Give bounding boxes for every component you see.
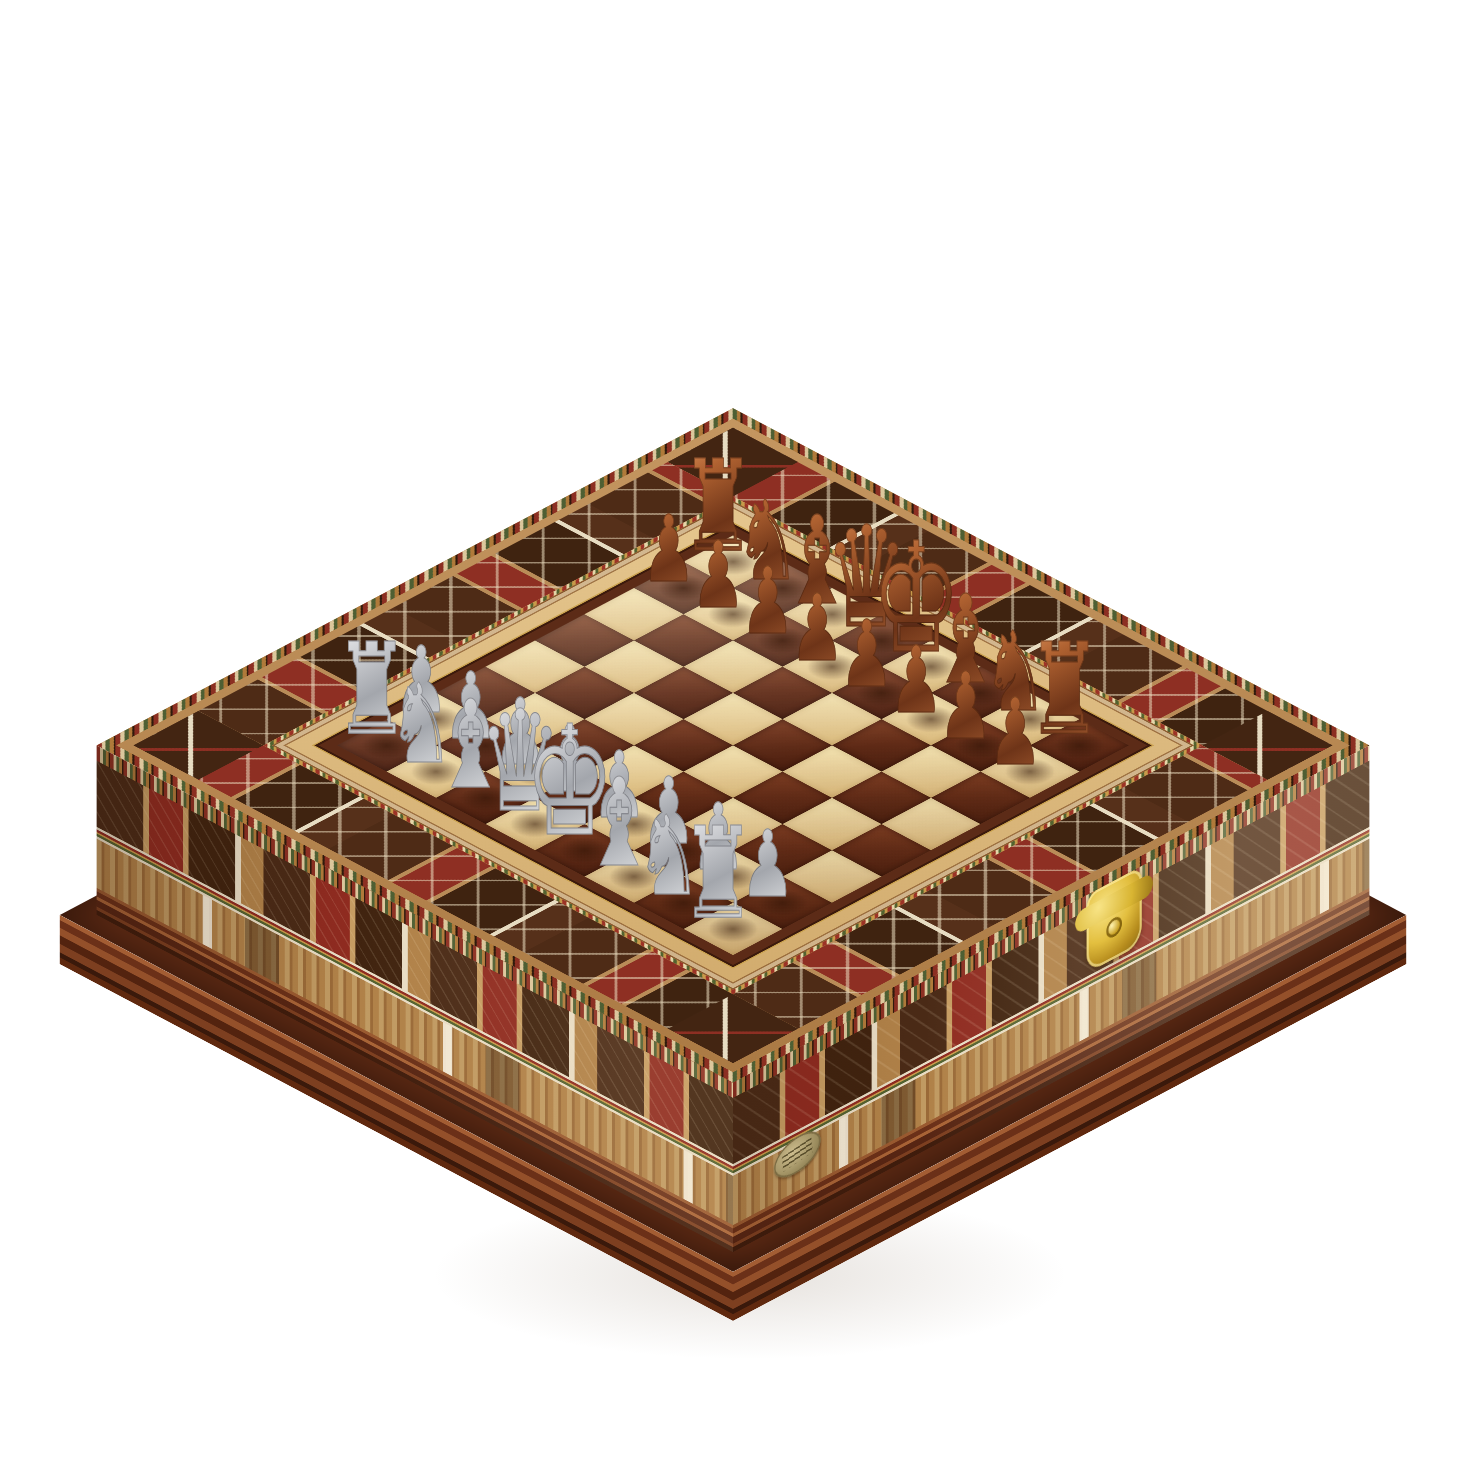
product-photo-stage: ♜♞♝♛♚♝♞♜♟♟♟♟♟♟♟♟♟♟♟♟♟♟♟♟♜♞♝♛♚♝♞♜ [0, 0, 1467, 1467]
chess-box: ♜♞♝♛♚♝♞♜♟♟♟♟♟♟♟♟♟♟♟♟♟♟♟♟♜♞♝♛♚♝♞♜ [97, 578, 1370, 1252]
rook-glyph: ♜ [632, 811, 804, 937]
pawn-glyph: ♟ [929, 687, 1101, 779]
